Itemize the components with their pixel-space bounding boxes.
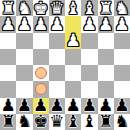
piece-black-rook: ♜ (98, 113, 113, 130)
square-f3[interactable] (33, 33, 49, 49)
square-b2[interactable]: ♟ (98, 16, 114, 32)
square-d4[interactable] (65, 49, 81, 65)
square-c1[interactable]: ♝ (81, 0, 97, 16)
square-a1[interactable]: ♞ (114, 0, 130, 16)
square-e5[interactable] (49, 65, 65, 81)
square-e4[interactable] (49, 49, 65, 65)
piece-white-pawn: ♟ (1, 16, 16, 33)
square-f2[interactable]: ♟ (33, 16, 49, 32)
piece-white-knight: ♞ (114, 0, 129, 17)
square-d3[interactable]: ♟ (65, 33, 81, 49)
piece-black-bishop: ♝ (82, 113, 97, 130)
square-h6[interactable] (0, 81, 16, 97)
piece-white-pawn: ♟ (82, 16, 97, 33)
square-f7[interactable]: ♟ (33, 98, 49, 114)
square-d8[interactable]: ♝ (65, 114, 81, 130)
square-b7[interactable]: ♟ (98, 98, 114, 114)
piece-black-pawn: ♟ (82, 97, 97, 114)
square-g1[interactable]: ♞ (16, 0, 32, 16)
piece-black-knight: ♞ (17, 113, 32, 130)
piece-white-rook: ♜ (98, 0, 113, 17)
square-b8[interactable]: ♜ (98, 114, 114, 130)
square-c5[interactable] (81, 65, 97, 81)
square-h2[interactable]: ♟ (0, 16, 16, 32)
square-d2[interactable] (65, 16, 81, 32)
square-b1[interactable]: ♜ (98, 0, 114, 16)
square-b3[interactable] (98, 33, 114, 49)
piece-black-bishop: ♝ (66, 113, 81, 130)
piece-black-pawn: ♟ (49, 97, 64, 114)
piece-white-bishop: ♝ (66, 0, 81, 17)
square-c6[interactable] (81, 81, 97, 97)
square-c4[interactable] (81, 49, 97, 65)
square-d6[interactable] (65, 81, 81, 97)
square-e7[interactable]: ♟ (49, 98, 65, 114)
square-f4[interactable] (33, 49, 49, 65)
square-b5[interactable] (98, 65, 114, 81)
piece-white-pawn: ♟ (98, 16, 113, 33)
square-c7[interactable]: ♟ (81, 98, 97, 114)
square-a4[interactable] (114, 49, 130, 65)
square-g6[interactable] (16, 81, 32, 97)
square-g2[interactable]: ♟ (16, 16, 32, 32)
piece-black-queen: ♛ (49, 113, 64, 130)
chess-board: ♜♞♚♛♝♝♜♞♟♟♟♟♟♟♟♟♟♟♟♟♟♟♟♟♜♞♚♛♝♝♜♞ (0, 0, 130, 130)
square-e3[interactable] (49, 33, 65, 49)
piece-black-rook: ♜ (1, 113, 16, 130)
square-h1[interactable]: ♜ (0, 0, 16, 16)
piece-white-pawn: ♟ (33, 16, 48, 33)
square-c3[interactable] (81, 33, 97, 49)
piece-black-king: ♚ (33, 113, 48, 130)
square-c8[interactable]: ♝ (81, 114, 97, 130)
square-h5[interactable] (0, 65, 16, 81)
piece-black-pawn: ♟ (17, 97, 32, 114)
square-g8[interactable]: ♞ (16, 114, 32, 130)
piece-black-knight: ♞ (114, 113, 129, 130)
piece-white-knight: ♞ (17, 0, 32, 17)
piece-black-pawn: ♟ (66, 97, 81, 114)
piece-black-pawn: ♟ (1, 97, 16, 114)
piece-white-pawn: ♟ (114, 16, 129, 33)
move-hint-circle[interactable] (35, 67, 47, 79)
square-g3[interactable] (16, 33, 32, 49)
piece-white-queen: ♛ (49, 0, 64, 17)
square-g5[interactable] (16, 65, 32, 81)
square-d7[interactable]: ♟ (65, 98, 81, 114)
square-e1[interactable]: ♛ (49, 0, 65, 16)
square-f1[interactable]: ♚ (33, 0, 49, 16)
piece-white-bishop: ♝ (82, 0, 97, 17)
square-e2[interactable]: ♟ (49, 16, 65, 32)
square-a7[interactable]: ♟ (114, 98, 130, 114)
piece-white-pawn: ♟ (66, 32, 81, 49)
piece-white-rook: ♜ (1, 0, 16, 17)
square-f5[interactable] (33, 65, 49, 81)
square-h4[interactable] (0, 49, 16, 65)
square-a8[interactable]: ♞ (114, 114, 130, 130)
square-a5[interactable] (114, 65, 130, 81)
square-a2[interactable]: ♟ (114, 16, 130, 32)
square-f8[interactable]: ♚ (33, 114, 49, 130)
square-h8[interactable]: ♜ (0, 114, 16, 130)
piece-black-pawn: ♟ (98, 97, 113, 114)
square-g7[interactable]: ♟ (16, 98, 32, 114)
square-e8[interactable]: ♛ (49, 114, 65, 130)
square-b4[interactable] (98, 49, 114, 65)
square-h3[interactable] (0, 33, 16, 49)
piece-white-pawn: ♟ (49, 16, 64, 33)
move-hint-circle[interactable] (35, 83, 47, 95)
square-f6[interactable] (33, 81, 49, 97)
square-d1[interactable]: ♝ (65, 0, 81, 16)
square-d5[interactable] (65, 65, 81, 81)
square-e6[interactable] (49, 81, 65, 97)
piece-white-pawn: ♟ (17, 16, 32, 33)
piece-white-king: ♚ (33, 0, 48, 17)
square-c2[interactable]: ♟ (81, 16, 97, 32)
piece-black-pawn: ♟ (33, 97, 48, 114)
square-a3[interactable] (114, 33, 130, 49)
square-h7[interactable]: ♟ (0, 98, 16, 114)
square-g4[interactable] (16, 49, 32, 65)
square-b6[interactable] (98, 81, 114, 97)
square-a6[interactable] (114, 81, 130, 97)
piece-black-pawn: ♟ (114, 97, 129, 114)
